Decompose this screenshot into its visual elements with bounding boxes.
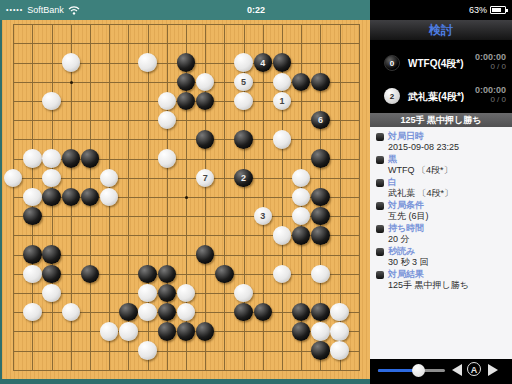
star-point: [70, 81, 73, 84]
player-time: 0:00:00: [475, 85, 506, 95]
auto-play-button[interactable]: A: [467, 362, 481, 376]
playback-controls: A: [370, 359, 512, 381]
info-item: 対局条件 互先 (6目): [370, 200, 512, 221]
bullet-icon: [376, 156, 384, 164]
go-stone-black: [158, 284, 177, 303]
go-stone-white: [138, 53, 157, 72]
go-stone-white: [292, 169, 311, 188]
review-sidebar: 検討 0 WTFQ(4段*) 0:00:00 0 / 0 2 武礼葉(4段*) …: [370, 20, 512, 384]
info-item: 黒 WTFQ 〔4段*〕: [370, 154, 512, 175]
go-stone-black: [81, 149, 100, 168]
go-stone-black: [311, 226, 330, 245]
go-stone-black: [196, 245, 215, 264]
go-stone-black: [23, 245, 42, 264]
info-item: 対局結果 125手 黒中押し勝ち: [370, 269, 512, 290]
go-stone-black: [196, 322, 215, 341]
go-stone-white: [330, 303, 349, 322]
go-stone-white: [62, 303, 81, 322]
go-stone-white: [23, 265, 42, 284]
go-stone-black: [311, 341, 330, 360]
go-stone-white: [273, 265, 292, 284]
player-name: 武礼葉(4段*): [408, 90, 464, 104]
go-stone-white: [330, 322, 349, 341]
go-stone-white: [311, 265, 330, 284]
go-stone-black: [177, 73, 196, 92]
go-stone-white: [23, 149, 42, 168]
grid-line: [13, 370, 360, 371]
go-stone-black: [62, 149, 81, 168]
go-stone-black: [292, 322, 311, 341]
go-stone-white: [100, 188, 119, 207]
bullet-icon: [376, 225, 384, 233]
slider-knob[interactable]: [412, 364, 425, 377]
player-periods: 0 / 0: [475, 62, 506, 71]
go-stone-black: [62, 188, 81, 207]
go-stone-white: [273, 226, 292, 245]
go-stone-white: [177, 303, 196, 322]
go-stone-white: [23, 188, 42, 207]
go-stone-black: [311, 73, 330, 92]
status-time: 0:22: [0, 0, 512, 20]
go-stone-black: [177, 322, 196, 341]
bullet-icon: [376, 248, 384, 256]
go-stone-black: [273, 53, 292, 72]
go-stone-black: [119, 303, 138, 322]
go-stone-white: [177, 284, 196, 303]
go-stone-white: [42, 92, 61, 111]
go-stone-white: [100, 322, 119, 341]
go-stone-white: [4, 169, 23, 188]
go-stone-white: [158, 149, 177, 168]
battery-cluster: 63%: [469, 0, 506, 20]
go-stone-black: [292, 226, 311, 245]
info-item: 秒読み 30 秒 3 回: [370, 246, 512, 267]
white-stone-icon: 2: [384, 88, 400, 104]
grid-line: [13, 255, 360, 256]
go-stone-black: [311, 149, 330, 168]
go-stone-black: [292, 73, 311, 92]
go-stone-white: [273, 130, 292, 149]
app-screen: ••••• SoftBank 0:22 63% 4516723 検討 0 WTF…: [0, 0, 512, 384]
info-item: 対局日時 2015-09-08 23:25: [370, 131, 512, 152]
player-time: 0:00:00: [475, 52, 506, 62]
go-stone-black: [158, 322, 177, 341]
go-stone-white: [292, 188, 311, 207]
grid-line: [13, 351, 360, 352]
players-panel: 0 WTFQ(4段*) 0:00:00 0 / 0 2 武礼葉(4段*) 0:0…: [370, 42, 512, 113]
go-stone-white: [62, 53, 81, 72]
go-stone-black: [42, 188, 61, 207]
board-area: 4516723: [0, 20, 370, 384]
go-board[interactable]: 4516723: [2, 20, 370, 379]
go-stone-white: 1: [273, 92, 292, 111]
go-stone-white: [23, 303, 42, 322]
go-stone-black: [138, 265, 157, 284]
player-periods: 0 / 0: [475, 95, 506, 104]
go-stone-white: 7: [196, 169, 215, 188]
go-stone-black: [81, 188, 100, 207]
sidebar-title: 検討: [370, 20, 512, 41]
go-stone-white: [158, 111, 177, 130]
black-stone-icon: 0: [384, 55, 400, 71]
go-stone-black: [234, 303, 253, 322]
game-info-list: 対局日時 2015-09-08 23:25 黒 WTFQ 〔4段*〕 白 武礼葉…: [370, 127, 512, 359]
bullet-icon: [376, 179, 384, 187]
go-stone-white: [292, 207, 311, 226]
go-stone-white: [42, 169, 61, 188]
star-point: [185, 196, 188, 199]
bullet-icon: [376, 133, 384, 141]
go-stone-white: [330, 341, 349, 360]
go-stone-white: [234, 284, 253, 303]
go-stone-black: [196, 92, 215, 111]
move-slider[interactable]: [378, 369, 445, 372]
grid-line: [224, 24, 225, 371]
go-stone-black: [42, 245, 61, 264]
go-stone-white: [138, 303, 157, 322]
player-row-white: 2 武礼葉(4段*) 0:00:00 0 / 0: [370, 82, 512, 112]
go-stone-black: [196, 130, 215, 149]
go-stone-black: 4: [254, 53, 273, 72]
go-stone-black: [177, 53, 196, 72]
next-move-button[interactable]: [488, 364, 498, 376]
battery-percent: 63%: [469, 5, 487, 15]
info-item: 白 武礼葉 〔4段*〕: [370, 177, 512, 198]
prev-move-button[interactable]: [452, 364, 462, 376]
result-bar: 125手 黒中押し勝ち: [370, 113, 512, 127]
go-stone-white: [196, 73, 215, 92]
grid-line: [13, 274, 360, 275]
go-stone-black: [311, 303, 330, 322]
go-stone-black: 6: [311, 111, 330, 130]
go-stone-white: [273, 73, 292, 92]
bullet-icon: [376, 202, 384, 210]
go-stone-white: [234, 92, 253, 111]
go-stone-white: 5: [234, 73, 253, 92]
go-stone-white: [138, 341, 157, 360]
battery-icon: [490, 6, 506, 14]
player-name: WTFQ(4段*): [408, 57, 464, 71]
go-stone-black: [158, 303, 177, 322]
go-stone-black: [234, 130, 253, 149]
go-stone-white: [234, 53, 253, 72]
bullet-icon: [376, 271, 384, 279]
go-stone-white: [42, 149, 61, 168]
go-stone-black: [311, 188, 330, 207]
go-stone-black: [254, 303, 273, 322]
go-stone-white: [138, 284, 157, 303]
go-stone-white: [100, 169, 119, 188]
go-stone-black: [292, 303, 311, 322]
info-item: 持ち時間 20 分: [370, 223, 512, 244]
go-stone-black: [158, 265, 177, 284]
grid-line: [359, 24, 360, 371]
go-stone-black: [81, 265, 100, 284]
go-stone-black: [42, 265, 61, 284]
player-row-black: 0 WTFQ(4段*) 0:00:00 0 / 0: [370, 49, 512, 79]
go-stone-white: [119, 322, 138, 341]
go-stone-black: 2: [234, 169, 253, 188]
go-stone-white: 3: [254, 207, 273, 226]
go-stone-black: [311, 207, 330, 226]
go-stone-black: [23, 207, 42, 226]
go-stone-white: [311, 322, 330, 341]
go-stone-white: [42, 284, 61, 303]
go-stone-white: [158, 92, 177, 111]
status-bar: ••••• SoftBank 0:22 63%: [0, 0, 512, 20]
go-stone-black: [177, 92, 196, 111]
go-stone-black: [215, 265, 234, 284]
